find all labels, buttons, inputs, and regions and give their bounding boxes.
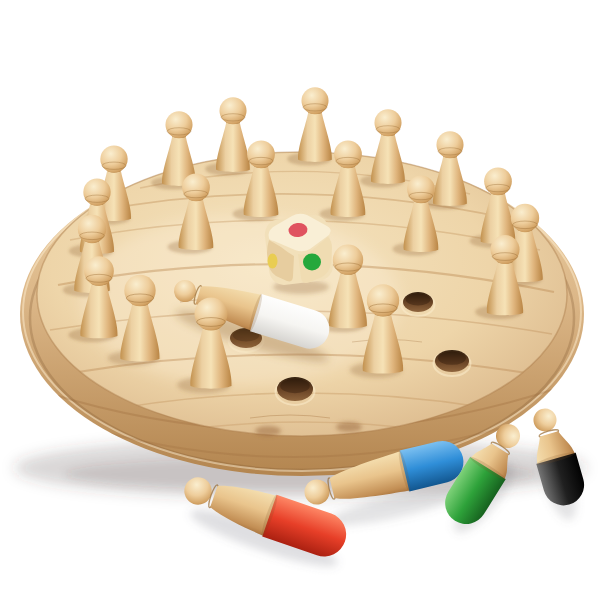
- peg-head: [436, 131, 463, 158]
- peg-body: [216, 121, 250, 172]
- peg-head: [247, 141, 275, 169]
- board-edge-dimple: [336, 422, 362, 432]
- board-scene: [0, 0, 600, 600]
- dice-dot-green: [303, 254, 321, 271]
- peg-head: [333, 245, 363, 275]
- peg-head: [84, 256, 114, 286]
- peg-head: [367, 284, 399, 316]
- peg-body: [298, 111, 332, 162]
- peg-head: [195, 298, 228, 331]
- peg-head: [78, 215, 106, 243]
- peg-head: [219, 97, 246, 124]
- board-edge-dimple: [255, 426, 281, 436]
- peg-head: [165, 111, 192, 138]
- dice-dot-yellow: [268, 254, 278, 269]
- peg-head: [374, 109, 401, 136]
- peg-head: [100, 145, 127, 172]
- peg-body: [371, 133, 405, 184]
- peg-head: [301, 87, 328, 114]
- peg-head: [484, 168, 512, 196]
- peg-head: [490, 235, 519, 264]
- peg-head: [511, 204, 539, 232]
- peg-body: [433, 155, 467, 206]
- board-hole: [276, 377, 315, 405]
- memory-chess-product-photo: [0, 0, 600, 600]
- peg-head: [83, 178, 110, 205]
- peg-head: [407, 176, 435, 204]
- peg-head: [334, 141, 362, 169]
- peg-head: [124, 275, 155, 306]
- peg-head: [182, 174, 210, 202]
